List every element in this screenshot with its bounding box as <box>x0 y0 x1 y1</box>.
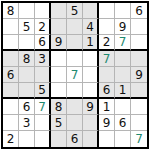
cell-r2c3[interactable]: 2 <box>35 19 51 35</box>
cell-r8c5[interactable] <box>67 115 83 131</box>
cell-r1c6[interactable] <box>83 3 99 19</box>
cell-r3c7[interactable]: 2 <box>99 35 115 51</box>
cell-r1c8[interactable] <box>115 3 131 19</box>
cell-r2c1[interactable] <box>3 19 19 35</box>
cell-r9c2[interactable] <box>19 131 35 147</box>
cell-r4c8[interactable] <box>115 51 131 67</box>
cell-r8c1[interactable] <box>3 115 19 131</box>
cell-r5c4[interactable] <box>51 67 67 83</box>
cell-r7c4[interactable]: 8 <box>51 99 67 115</box>
cell-r1c7[interactable] <box>99 3 115 19</box>
cell-r5c1[interactable]: 6 <box>3 67 19 83</box>
cell-r9c7[interactable] <box>99 131 115 147</box>
cell-r1c3[interactable] <box>35 3 51 19</box>
cell-r1c2[interactable] <box>19 3 35 19</box>
cell-r5c6[interactable] <box>83 67 99 83</box>
cell-r3c9[interactable] <box>131 35 147 51</box>
cell-r9c6[interactable] <box>83 131 99 147</box>
cell-r2c2[interactable]: 5 <box>19 19 35 35</box>
sudoku-board: 856524969127837679561678913596267 <box>1 1 149 149</box>
cell-r9c4[interactable] <box>51 131 67 147</box>
cell-r2c7[interactable] <box>99 19 115 35</box>
cell-r3c8[interactable]: 7 <box>115 35 131 51</box>
cell-r5c9[interactable]: 9 <box>131 67 147 83</box>
cell-r6c9[interactable] <box>131 83 147 99</box>
cell-r9c1[interactable]: 2 <box>3 131 19 147</box>
cell-r8c7[interactable]: 9 <box>99 115 115 131</box>
cell-r3c3[interactable]: 6 <box>35 35 51 51</box>
cell-r4c2[interactable]: 8 <box>19 51 35 67</box>
cell-r8c9[interactable] <box>131 115 147 131</box>
cell-r2c6[interactable]: 4 <box>83 19 99 35</box>
cell-r6c1[interactable] <box>3 83 19 99</box>
cell-r5c2[interactable] <box>19 67 35 83</box>
cell-r5c3[interactable] <box>35 67 51 83</box>
cell-r1c5[interactable]: 5 <box>67 3 83 19</box>
cell-r3c6[interactable]: 1 <box>83 35 99 51</box>
cell-r9c9[interactable]: 7 <box>131 131 147 147</box>
cell-r4c5[interactable] <box>67 51 83 67</box>
cell-r6c4[interactable] <box>51 83 67 99</box>
cell-r8c6[interactable] <box>83 115 99 131</box>
cell-r3c5[interactable] <box>67 35 83 51</box>
cell-r9c3[interactable] <box>35 131 51 147</box>
cell-r4c9[interactable] <box>131 51 147 67</box>
cell-r9c5[interactable]: 6 <box>67 131 83 147</box>
cell-r7c6[interactable]: 9 <box>83 99 99 115</box>
cell-r7c3[interactable]: 7 <box>35 99 51 115</box>
cell-r3c4[interactable]: 9 <box>51 35 67 51</box>
cell-r6c3[interactable]: 5 <box>35 83 51 99</box>
cell-r2c8[interactable]: 9 <box>115 19 131 35</box>
cell-r7c8[interactable] <box>115 99 131 115</box>
cell-r5c5[interactable]: 7 <box>67 67 83 83</box>
cell-r8c2[interactable]: 3 <box>19 115 35 131</box>
cell-r4c1[interactable] <box>3 51 19 67</box>
cell-r5c7[interactable] <box>99 67 115 83</box>
sudoku-app: 856524969127837679561678913596267 <box>0 0 150 150</box>
cell-r4c6[interactable] <box>83 51 99 67</box>
cell-r2c4[interactable] <box>51 19 67 35</box>
cell-r4c4[interactable] <box>51 51 67 67</box>
cell-r6c7[interactable]: 6 <box>99 83 115 99</box>
cell-r7c9[interactable] <box>131 99 147 115</box>
cell-r8c8[interactable]: 6 <box>115 115 131 131</box>
cell-r2c5[interactable] <box>67 19 83 35</box>
cell-r2c9[interactable] <box>131 19 147 35</box>
cell-r3c2[interactable] <box>19 35 35 51</box>
cell-r1c9[interactable]: 6 <box>131 3 147 19</box>
cell-r6c5[interactable] <box>67 83 83 99</box>
cell-r7c2[interactable]: 6 <box>19 99 35 115</box>
cell-r1c4[interactable] <box>51 3 67 19</box>
cell-r7c7[interactable]: 1 <box>99 99 115 115</box>
cell-r9c8[interactable] <box>115 131 131 147</box>
cell-r7c5[interactable] <box>67 99 83 115</box>
cell-r8c3[interactable] <box>35 115 51 131</box>
cell-r6c2[interactable] <box>19 83 35 99</box>
cell-r5c8[interactable] <box>115 67 131 83</box>
cell-r6c6[interactable] <box>83 83 99 99</box>
cell-r7c1[interactable] <box>3 99 19 115</box>
cell-r1c1[interactable]: 8 <box>3 3 19 19</box>
cell-r4c7[interactable]: 7 <box>99 51 115 67</box>
cell-r6c8[interactable]: 1 <box>115 83 131 99</box>
cell-r8c4[interactable]: 5 <box>51 115 67 131</box>
cell-r3c1[interactable] <box>3 35 19 51</box>
cell-r4c3[interactable]: 3 <box>35 51 51 67</box>
